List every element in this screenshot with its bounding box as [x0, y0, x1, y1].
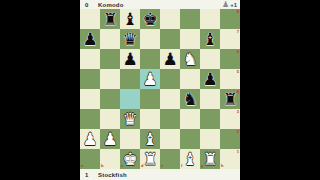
- square-f3[interactable]: [180, 109, 200, 129]
- file-label-e: e: [161, 164, 163, 168]
- file-label-b: b: [101, 164, 103, 168]
- black-bishop[interactable]: ♝: [120, 9, 140, 29]
- square-c8[interactable]: ♝: [120, 9, 140, 29]
- rank-label-1: 1: [237, 150, 239, 154]
- white-bishop[interactable]: ♝: [140, 129, 160, 149]
- white-rook[interactable]: ♜: [200, 149, 220, 169]
- square-d8[interactable]: ♚: [140, 9, 160, 29]
- black-rook[interactable]: ♜: [100, 9, 120, 29]
- square-a6[interactable]: [80, 49, 100, 69]
- square-f8[interactable]: [180, 9, 200, 29]
- square-h8[interactable]: 8: [220, 9, 240, 29]
- file-label-h: h: [221, 164, 223, 168]
- square-b6[interactable]: [100, 49, 120, 69]
- square-d5[interactable]: ♟: [140, 69, 160, 89]
- square-h7[interactable]: 7: [220, 29, 240, 49]
- square-h2[interactable]: 2: [220, 129, 240, 149]
- square-e7[interactable]: [160, 29, 180, 49]
- square-a2[interactable]: ♟: [80, 129, 100, 149]
- material-advantage-value: +1: [230, 2, 237, 8]
- white-king[interactable]: ♚: [120, 149, 140, 169]
- square-c5[interactable]: [120, 69, 140, 89]
- square-h4[interactable]: ♜4: [220, 89, 240, 109]
- top-player-name: Komodo: [98, 2, 124, 8]
- rank-label-5: 5: [237, 70, 239, 74]
- rank-label-8: 8: [237, 10, 239, 14]
- square-c6[interactable]: ♟: [120, 49, 140, 69]
- white-bishop[interactable]: ♝: [180, 149, 200, 169]
- black-king[interactable]: ♚: [140, 9, 160, 29]
- square-d6[interactable]: [140, 49, 160, 69]
- black-bishop[interactable]: ♝: [200, 29, 220, 49]
- square-b7[interactable]: [100, 29, 120, 49]
- black-knight[interactable]: ♞: [180, 89, 200, 109]
- square-g7[interactable]: ♝: [200, 29, 220, 49]
- white-knight[interactable]: ♞: [180, 49, 200, 69]
- square-c4[interactable]: [120, 89, 140, 109]
- rank-label-6: 6: [237, 50, 239, 54]
- square-b3[interactable]: [100, 109, 120, 129]
- pawn-icon: ♟: [222, 1, 229, 9]
- file-label-a: a: [81, 164, 83, 168]
- square-e6[interactable]: ♟: [160, 49, 180, 69]
- square-h1[interactable]: 1h: [220, 149, 240, 169]
- square-b5[interactable]: [100, 69, 120, 89]
- rank-label-3: 3: [237, 110, 239, 114]
- square-a4[interactable]: [80, 89, 100, 109]
- white-pawn[interactable]: ♟: [140, 69, 160, 89]
- square-e3[interactable]: [160, 109, 180, 129]
- square-d3[interactable]: [140, 109, 160, 129]
- square-f7[interactable]: [180, 29, 200, 49]
- square-d4[interactable]: [140, 89, 160, 109]
- square-a3[interactable]: [80, 109, 100, 129]
- square-g6[interactable]: [200, 49, 220, 69]
- square-h6[interactable]: 6: [220, 49, 240, 69]
- material-advantage: ♟ +1: [222, 1, 240, 9]
- square-h3[interactable]: 3: [220, 109, 240, 129]
- square-g2[interactable]: [200, 129, 220, 149]
- top-player-bar: 0 Komodo ♟ +1: [80, 0, 240, 9]
- square-f6[interactable]: ♞: [180, 49, 200, 69]
- white-queen[interactable]: ♛: [120, 109, 140, 129]
- black-pawn[interactable]: ♟: [200, 69, 220, 89]
- square-b4[interactable]: [100, 89, 120, 109]
- square-f2[interactable]: [180, 129, 200, 149]
- chess-app-window: 0 Komodo ♟ +1 ♜♝♚8♟♛♝7♟♟♞6♟♟5♞♜4♛3♟♟♝2ab…: [80, 0, 240, 180]
- square-e5[interactable]: [160, 69, 180, 89]
- square-g4[interactable]: [200, 89, 220, 109]
- top-player-score: 0: [80, 2, 98, 8]
- square-a7[interactable]: ♟: [80, 29, 100, 49]
- square-d1[interactable]: ♜d: [140, 149, 160, 169]
- square-g1[interactable]: ♜g: [200, 149, 220, 169]
- square-b1[interactable]: b: [100, 149, 120, 169]
- square-f4[interactable]: ♞: [180, 89, 200, 109]
- white-pawn[interactable]: ♟: [80, 129, 100, 149]
- square-b2[interactable]: ♟: [100, 129, 120, 149]
- square-g5[interactable]: ♟: [200, 69, 220, 89]
- square-h5[interactable]: 5: [220, 69, 240, 89]
- square-a8[interactable]: [80, 9, 100, 29]
- square-b8[interactable]: ♜: [100, 9, 120, 29]
- square-a1[interactable]: a: [80, 149, 100, 169]
- black-queen[interactable]: ♛: [120, 29, 140, 49]
- square-d7[interactable]: [140, 29, 160, 49]
- black-pawn[interactable]: ♟: [160, 49, 180, 69]
- square-g8[interactable]: [200, 9, 220, 29]
- bottom-player-bar: 1 Stockfish: [80, 169, 240, 180]
- rank-label-2: 2: [237, 130, 239, 134]
- square-f1[interactable]: ♝f: [180, 149, 200, 169]
- rank-label-7: 7: [237, 30, 239, 34]
- square-c1[interactable]: ♚c: [120, 149, 140, 169]
- white-pawn[interactable]: ♟: [100, 129, 120, 149]
- square-e8[interactable]: [160, 9, 180, 29]
- square-f5[interactable]: [180, 69, 200, 89]
- bottom-player-score: 1: [80, 172, 98, 178]
- square-c2[interactable]: [120, 129, 140, 149]
- square-e4[interactable]: [160, 89, 180, 109]
- square-d2[interactable]: ♝: [140, 129, 160, 149]
- black-pawn[interactable]: ♟: [80, 29, 100, 49]
- square-c3[interactable]: ♛: [120, 109, 140, 129]
- black-pawn[interactable]: ♟: [120, 49, 140, 69]
- square-e2[interactable]: [160, 129, 180, 149]
- black-rook[interactable]: ♜: [220, 89, 240, 109]
- chess-board: ♜♝♚8♟♛♝7♟♟♞6♟♟5♞♜4♛3♟♟♝2ab♚c♜de♝f♜g1h: [80, 9, 240, 169]
- square-g3[interactable]: [200, 109, 220, 129]
- square-c7[interactable]: ♛: [120, 29, 140, 49]
- square-a5[interactable]: [80, 69, 100, 89]
- white-rook[interactable]: ♜: [140, 149, 160, 169]
- square-e1[interactable]: e: [160, 149, 180, 169]
- bottom-player-name: Stockfish: [98, 172, 127, 178]
